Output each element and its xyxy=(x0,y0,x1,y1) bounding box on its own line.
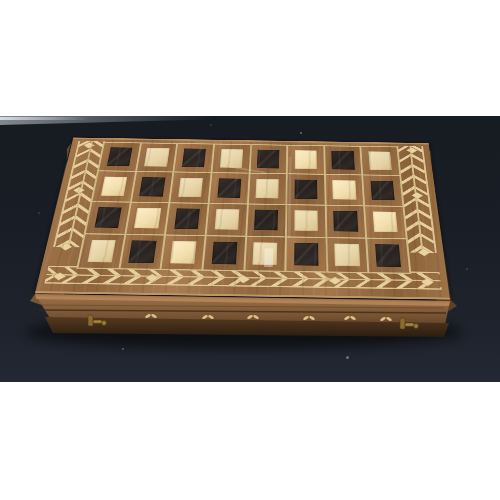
photo-frame-top xyxy=(0,0,500,116)
board-cell-r2c5 xyxy=(248,174,286,204)
board-cell-r1c2 xyxy=(137,143,177,171)
black-fabric-backdrop xyxy=(0,116,500,382)
board-cell-r1c4 xyxy=(212,145,250,173)
board-cell-r1c3 xyxy=(175,144,214,172)
board-cell-r4c7 xyxy=(327,238,367,272)
board-cell-r2c6 xyxy=(287,174,324,204)
light-square-inlay xyxy=(295,150,317,169)
dark-square-inlay xyxy=(254,210,278,231)
listing-photo xyxy=(0,0,500,500)
board-cell-r2c4 xyxy=(209,173,248,203)
dark-square-inlay xyxy=(107,148,132,167)
board-cell-r3c3 xyxy=(166,203,207,235)
light-square-inlay xyxy=(170,241,197,263)
dark-square-inlay xyxy=(334,211,358,232)
dark-square-inlay xyxy=(375,244,401,266)
dark-square-inlay xyxy=(257,150,280,169)
dark-square-inlay xyxy=(371,181,395,201)
dark-square-inlay xyxy=(129,240,157,262)
dark-square-inlay xyxy=(332,151,355,170)
board-cell-r2c8 xyxy=(363,176,402,206)
photo-frame-bottom xyxy=(0,382,500,500)
board-cell-r1c1 xyxy=(99,143,140,171)
light-square-inlay xyxy=(369,152,393,171)
light-square-inlay xyxy=(333,180,357,200)
board-cell-r4c6 xyxy=(286,237,326,271)
light-square-inlay xyxy=(335,244,360,266)
dark-square-inlay xyxy=(211,242,237,264)
board-cell-r3c1 xyxy=(86,202,130,234)
board-cell-r2c3 xyxy=(171,173,211,203)
board-cell-r3c5 xyxy=(247,204,286,236)
board-grid xyxy=(76,142,411,274)
dark-square-inlay xyxy=(294,179,317,199)
light-square-inlay xyxy=(214,209,239,230)
board-cell-r4c1 xyxy=(79,234,124,268)
board-cell-r4c4 xyxy=(203,236,244,270)
light-square-inlay xyxy=(144,148,169,167)
board-cell-r2c7 xyxy=(326,175,364,205)
light-square-inlay xyxy=(87,240,115,262)
light-square-inlay xyxy=(256,179,279,199)
board-cell-r4c3 xyxy=(162,235,205,269)
light-square-inlay xyxy=(294,210,318,231)
board-cell-r1c8 xyxy=(362,147,400,175)
board-cell-r4c2 xyxy=(120,235,164,269)
light-square-inlay xyxy=(253,242,278,264)
dark-square-inlay xyxy=(294,243,318,265)
board-cell-r3c4 xyxy=(206,204,246,236)
board-cell-r4c5 xyxy=(245,237,285,271)
dark-square-inlay xyxy=(139,177,165,197)
board-cell-r1c5 xyxy=(250,145,286,173)
light-square-inlay xyxy=(178,178,203,198)
board-cell-r3c6 xyxy=(287,205,325,237)
board-cell-r1c7 xyxy=(325,146,362,174)
board-cell-r1c6 xyxy=(288,146,324,174)
light-square-inlay xyxy=(101,176,127,196)
board-cell-r2c1 xyxy=(93,171,135,201)
board-cell-r4c8 xyxy=(368,239,410,273)
board-cell-r3c7 xyxy=(326,205,365,237)
board-cell-r3c2 xyxy=(126,202,169,234)
dark-square-inlay xyxy=(94,207,121,228)
dark-square-inlay xyxy=(182,149,206,168)
dark-square-inlay xyxy=(174,208,200,229)
chessboard-lid xyxy=(35,137,450,299)
light-square-inlay xyxy=(134,208,161,229)
board-cell-r2c2 xyxy=(132,172,173,202)
dark-square-inlay xyxy=(217,178,241,198)
board-cell-r3c8 xyxy=(365,206,405,238)
light-square-inlay xyxy=(373,211,398,232)
light-square-inlay xyxy=(220,149,243,168)
